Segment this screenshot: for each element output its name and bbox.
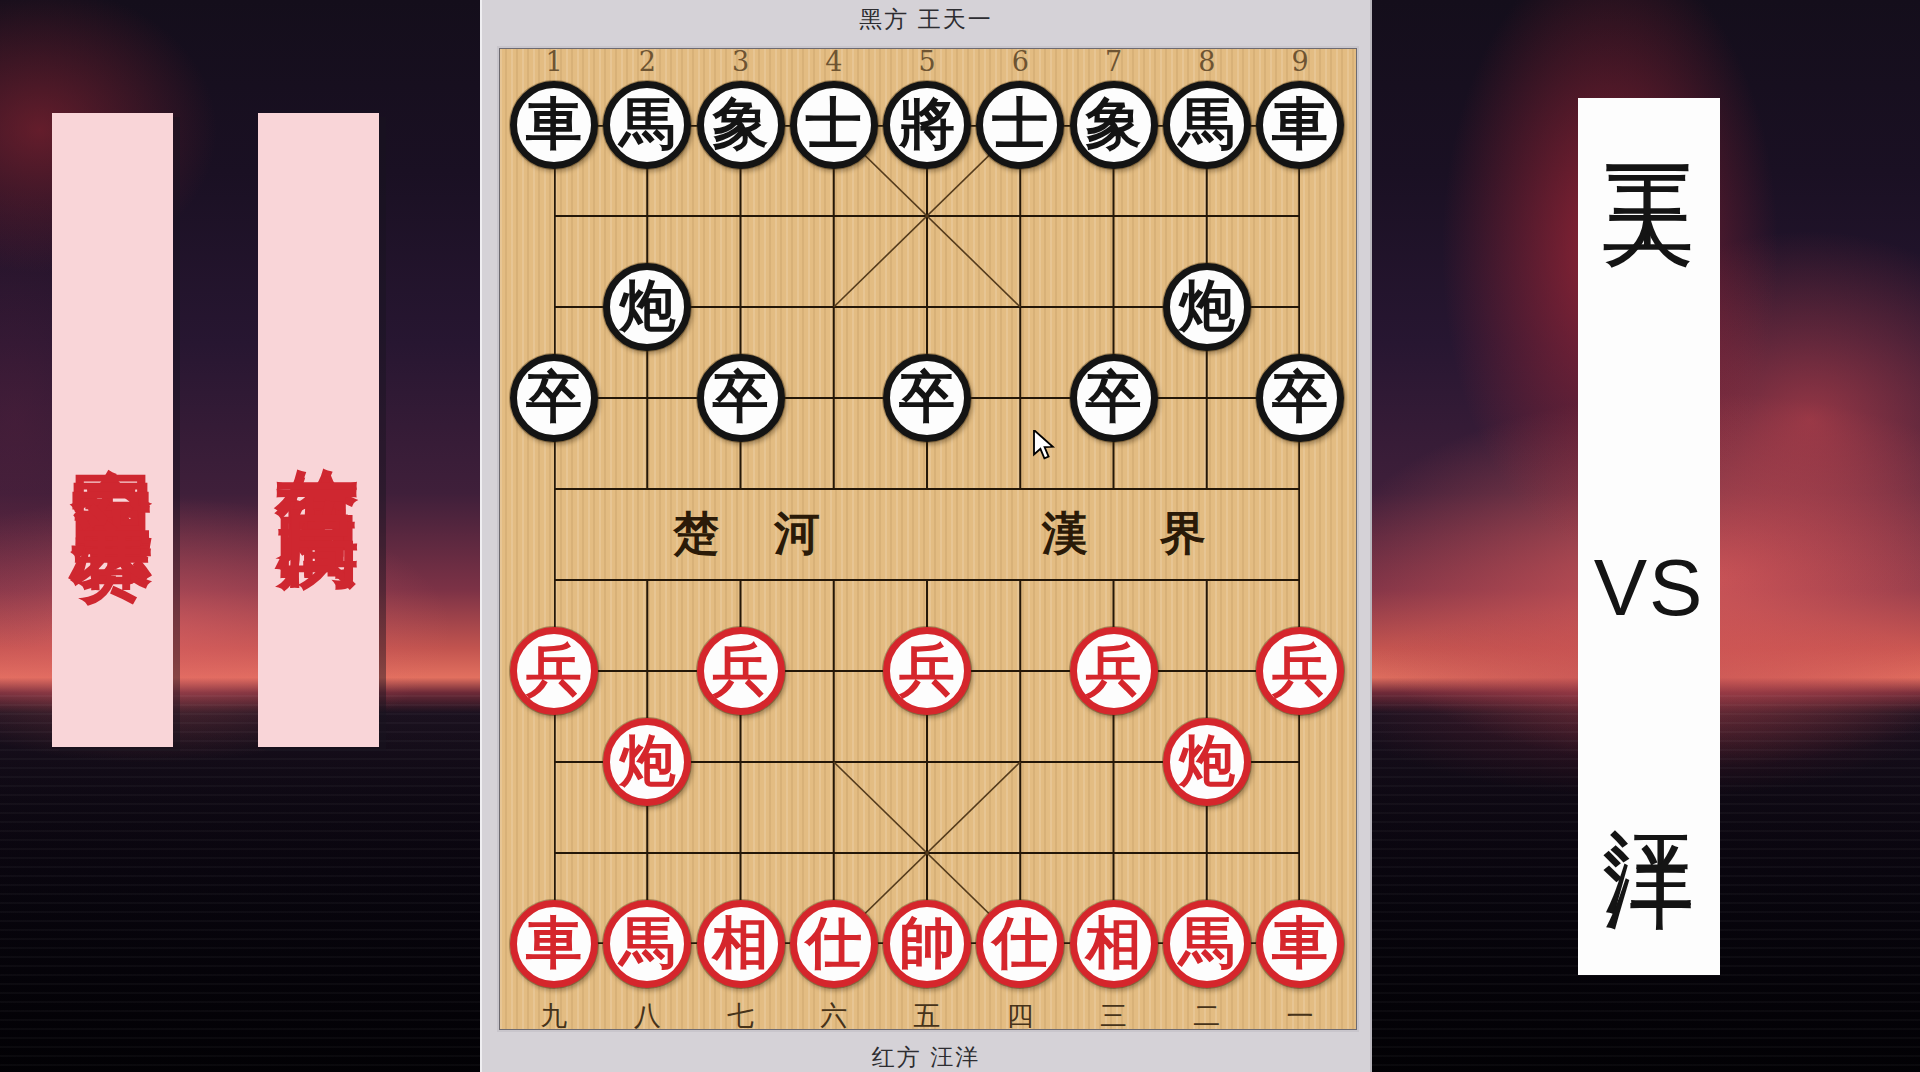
file-label-bottom-6: 四 <box>1007 998 1034 1034</box>
piece-black-soldier-1[interactable]: 卒 <box>510 354 598 442</box>
file-label-bottom-8: 二 <box>1193 998 1220 1034</box>
piece-red-horse-right[interactable]: 馬 <box>1163 900 1251 988</box>
piece-black-horse-right[interactable]: 馬 <box>1163 81 1251 169</box>
piece-red-cannon-left[interactable]: 炮 <box>603 718 691 806</box>
piece-black-cannon-right[interactable]: 炮 <box>1163 263 1251 351</box>
file-label-top-1: 1 <box>545 46 562 77</box>
piece-red-elephant-left[interactable]: 相 <box>697 900 785 988</box>
banner-national-final: 全国冠军总决赛 <box>52 113 173 747</box>
piece-black-soldier-9[interactable]: 卒 <box>1256 354 1344 442</box>
file-label-bottom-3: 七 <box>727 998 754 1034</box>
xiangqi-board[interactable]: 楚河漢界 123456789九八七六五四三二一 車馬象士將士象馬車炮炮卒卒卒卒卒… <box>499 48 1357 1030</box>
piece-black-soldier-5[interactable]: 卒 <box>883 354 971 442</box>
file-label-bottom-2: 八 <box>634 998 661 1034</box>
banner-million-game: 价值百万的棋局 <box>258 113 379 747</box>
file-label-bottom-7: 三 <box>1100 998 1127 1034</box>
file-label-top-6: 6 <box>1012 46 1029 77</box>
piece-black-cannon-left[interactable]: 炮 <box>603 263 691 351</box>
piece-black-chariot-right[interactable]: 車 <box>1256 81 1344 169</box>
red-side-title: 红方 汪洋 <box>482 1042 1370 1072</box>
piece-red-soldier-5[interactable]: 兵 <box>883 627 971 715</box>
piece-black-advisor-left[interactable]: 士 <box>790 81 878 169</box>
piece-black-chariot-left[interactable]: 車 <box>510 81 598 169</box>
file-label-top-9: 9 <box>1291 46 1308 77</box>
piece-black-horse-left[interactable]: 馬 <box>603 81 691 169</box>
piece-red-cannon-right[interactable]: 炮 <box>1163 718 1251 806</box>
piece-red-advisor-right[interactable]: 仕 <box>976 900 1064 988</box>
file-label-top-2: 2 <box>639 46 656 77</box>
file-label-top-3: 3 <box>732 46 749 77</box>
file-label-top-4: 4 <box>825 46 842 77</box>
file-label-bottom-1: 九 <box>541 998 568 1034</box>
piece-red-soldier-9[interactable]: 兵 <box>510 627 598 715</box>
piece-red-general[interactable]: 帥 <box>883 900 971 988</box>
piece-black-elephant-right[interactable]: 象 <box>1070 81 1158 169</box>
piece-black-general[interactable]: 將 <box>883 81 971 169</box>
file-label-bottom-9: 一 <box>1287 998 1314 1034</box>
mouse-cursor-icon <box>1032 430 1058 460</box>
piece-black-advisor-right[interactable]: 士 <box>976 81 1064 169</box>
file-label-top-7: 7 <box>1105 46 1122 77</box>
river-text-4: 界 <box>1160 503 1206 565</box>
piece-black-soldier-3[interactable]: 卒 <box>697 354 785 442</box>
piece-red-soldier-3[interactable]: 兵 <box>1070 627 1158 715</box>
piece-red-chariot-left[interactable]: 車 <box>510 900 598 988</box>
piece-red-chariot-right[interactable]: 車 <box>1256 900 1344 988</box>
players-strip: 王天一 VS 汪洋 <box>1578 98 1720 975</box>
piece-red-horse-left[interactable]: 馬 <box>603 900 691 988</box>
game-panel: 黑方 王天一 红方 汪洋 楚河漢界 123456789九八七六五四三二一 車馬象… <box>480 0 1372 1072</box>
river-text-3: 漢 <box>1042 503 1088 565</box>
piece-red-soldier-1[interactable]: 兵 <box>1256 627 1344 715</box>
piece-red-advisor-left[interactable]: 仕 <box>790 900 878 988</box>
vs-label: VS <box>1594 542 1705 634</box>
black-side-title: 黑方 王天一 <box>482 4 1370 35</box>
player-red-name: 汪洋 <box>1587 756 1711 784</box>
file-label-top-8: 8 <box>1198 46 1215 77</box>
player-black-name: 王天一 <box>1587 104 1711 134</box>
screen: 全国冠军总决赛 价值百万的棋局 王天一 VS 汪洋 黑方 王天一 红方 汪洋 楚… <box>0 0 1920 1072</box>
banner-national-final-text: 全国冠军总决赛 <box>52 402 173 458</box>
river-text-1: 楚 <box>673 503 719 565</box>
piece-red-elephant-right[interactable]: 相 <box>1070 900 1158 988</box>
piece-red-soldier-7[interactable]: 兵 <box>697 627 785 715</box>
file-label-top-5: 5 <box>918 46 935 77</box>
piece-black-soldier-7[interactable]: 卒 <box>1070 354 1158 442</box>
banner-million-game-text: 价值百万的棋局 <box>258 402 379 458</box>
file-label-bottom-5: 五 <box>914 998 941 1034</box>
piece-black-elephant-left[interactable]: 象 <box>697 81 785 169</box>
river-text-2: 河 <box>774 503 820 565</box>
file-label-bottom-4: 六 <box>820 998 847 1034</box>
